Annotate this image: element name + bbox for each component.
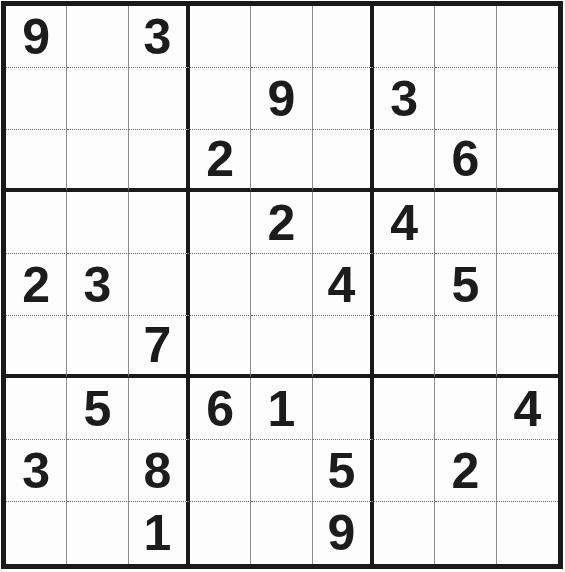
cell-r6c9[interactable] xyxy=(497,316,558,378)
cell-r8c5[interactable] xyxy=(251,440,312,502)
cell-r1c2[interactable] xyxy=(67,6,128,68)
cell-r7c5: 1 xyxy=(251,378,312,440)
cell-r9c7[interactable] xyxy=(374,502,435,564)
cell-r2c7: 3 xyxy=(374,68,435,130)
cell-r3c8: 6 xyxy=(435,130,496,192)
cell-r5c1: 2 xyxy=(6,254,67,316)
cell-r8c6: 5 xyxy=(313,440,374,502)
cell-r4c4[interactable] xyxy=(190,192,251,254)
cell-r5c2: 3 xyxy=(67,254,128,316)
cell-r2c1[interactable] xyxy=(6,68,67,130)
cell-r1c3: 3 xyxy=(129,6,190,68)
cell-r1c8[interactable] xyxy=(435,6,496,68)
cell-r4c7: 4 xyxy=(374,192,435,254)
cell-r3c6[interactable] xyxy=(313,130,374,192)
cell-r8c4[interactable] xyxy=(190,440,251,502)
cell-r5c3[interactable] xyxy=(129,254,190,316)
cell-r9c3: 1 xyxy=(129,502,190,564)
cell-r8c2[interactable] xyxy=(67,440,128,502)
cell-r5c5[interactable] xyxy=(251,254,312,316)
cell-r4c2[interactable] xyxy=(67,192,128,254)
cell-r2c3[interactable] xyxy=(129,68,190,130)
cell-r9c1[interactable] xyxy=(6,502,67,564)
cell-r3c9[interactable] xyxy=(497,130,558,192)
cell-r1c5[interactable] xyxy=(251,6,312,68)
cell-r6c3: 7 xyxy=(129,316,190,378)
cell-r6c7[interactable] xyxy=(374,316,435,378)
cell-r7c6[interactable] xyxy=(313,378,374,440)
cell-r1c4[interactable] xyxy=(190,6,251,68)
cell-r8c9[interactable] xyxy=(497,440,558,502)
cell-r9c2[interactable] xyxy=(67,502,128,564)
cell-r4c5: 2 xyxy=(251,192,312,254)
cell-r7c4: 6 xyxy=(190,378,251,440)
cell-r4c6[interactable] xyxy=(313,192,374,254)
cell-r4c3[interactable] xyxy=(129,192,190,254)
cell-r8c1: 3 xyxy=(6,440,67,502)
cell-r6c5[interactable] xyxy=(251,316,312,378)
cell-r5c9[interactable] xyxy=(497,254,558,316)
cell-r1c1: 9 xyxy=(6,6,67,68)
cell-r5c7[interactable] xyxy=(374,254,435,316)
cell-r7c9: 4 xyxy=(497,378,558,440)
cell-r7c2: 5 xyxy=(67,378,128,440)
cell-r6c8[interactable] xyxy=(435,316,496,378)
cell-r1c9[interactable] xyxy=(497,6,558,68)
sudoku-board: 93932624234575614385219 xyxy=(1,1,563,569)
cell-r7c8[interactable] xyxy=(435,378,496,440)
cell-r3c2[interactable] xyxy=(67,130,128,192)
cell-r3c7[interactable] xyxy=(374,130,435,192)
cell-r5c6: 4 xyxy=(313,254,374,316)
cell-r3c1[interactable] xyxy=(6,130,67,192)
cell-r9c6: 9 xyxy=(313,502,374,564)
cell-r5c4[interactable] xyxy=(190,254,251,316)
cell-r2c6[interactable] xyxy=(313,68,374,130)
cell-r3c5[interactable] xyxy=(251,130,312,192)
cell-r8c8: 2 xyxy=(435,440,496,502)
cell-r6c6[interactable] xyxy=(313,316,374,378)
cell-r8c3: 8 xyxy=(129,440,190,502)
cell-r6c1[interactable] xyxy=(6,316,67,378)
cell-r2c2[interactable] xyxy=(67,68,128,130)
cell-r4c9[interactable] xyxy=(497,192,558,254)
cell-r7c1[interactable] xyxy=(6,378,67,440)
sudoku-page: 93932624234575614385219 xyxy=(0,0,565,572)
cell-r3c3[interactable] xyxy=(129,130,190,192)
cell-r9c8[interactable] xyxy=(435,502,496,564)
cell-r9c5[interactable] xyxy=(251,502,312,564)
cell-r9c9[interactable] xyxy=(497,502,558,564)
cell-r8c7[interactable] xyxy=(374,440,435,502)
cell-r2c9[interactable] xyxy=(497,68,558,130)
cell-r7c3[interactable] xyxy=(129,378,190,440)
cell-r2c8[interactable] xyxy=(435,68,496,130)
cell-r1c6[interactable] xyxy=(313,6,374,68)
cell-r3c4: 2 xyxy=(190,130,251,192)
cell-r4c8[interactable] xyxy=(435,192,496,254)
cell-r4c1[interactable] xyxy=(6,192,67,254)
cell-r5c8: 5 xyxy=(435,254,496,316)
cell-r7c7[interactable] xyxy=(374,378,435,440)
cell-r1c7[interactable] xyxy=(374,6,435,68)
cell-r2c4[interactable] xyxy=(190,68,251,130)
cell-r2c5: 9 xyxy=(251,68,312,130)
cell-r6c4[interactable] xyxy=(190,316,251,378)
cell-r6c2[interactable] xyxy=(67,316,128,378)
cell-r9c4[interactable] xyxy=(190,502,251,564)
